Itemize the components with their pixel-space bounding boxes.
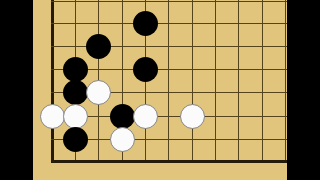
grid-line-horizontal [51, 1, 288, 2]
go-board[interactable] [33, 0, 287, 180]
stone-white-G3[interactable] [180, 104, 205, 129]
stone-white-C4[interactable] [86, 80, 111, 105]
screen [0, 0, 320, 180]
letterbox-right-bar [287, 0, 320, 180]
stone-white-B3[interactable] [63, 104, 88, 129]
stone-white-D2[interactable] [110, 127, 135, 152]
stone-black-C6[interactable] [86, 34, 111, 59]
letterbox-left-bar [0, 0, 33, 180]
board-bottom-edge-line [51, 160, 288, 163]
stone-black-E5[interactable] [133, 57, 158, 82]
stone-black-B4[interactable] [63, 80, 88, 105]
stone-black-E7[interactable] [133, 11, 158, 36]
grid-line-horizontal [51, 23, 288, 24]
stone-white-A3[interactable] [40, 104, 65, 129]
stone-white-E3[interactable] [133, 104, 158, 129]
stone-black-B2[interactable] [63, 127, 88, 152]
stone-black-B5[interactable] [63, 57, 88, 82]
stone-black-D3[interactable] [110, 104, 135, 129]
